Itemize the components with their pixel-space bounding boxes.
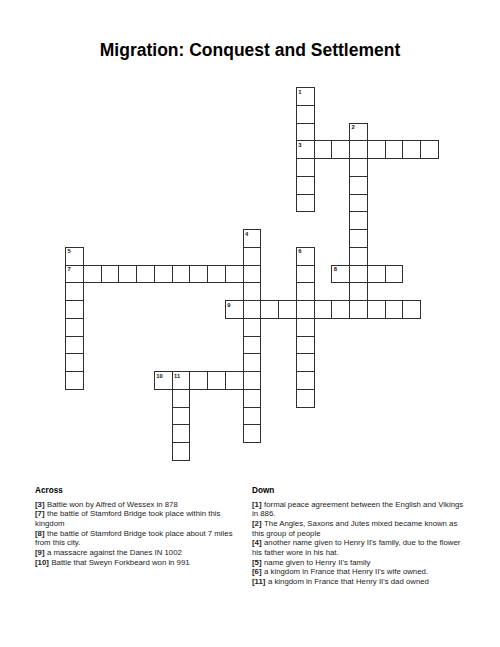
grid-cell[interactable] xyxy=(367,140,386,159)
grid-cell[interactable] xyxy=(296,194,315,213)
grid-cell[interactable]: 9 xyxy=(225,300,244,319)
grid-cell[interactable] xyxy=(65,371,84,390)
grid-cell[interactable] xyxy=(420,140,439,159)
grid-cell[interactable] xyxy=(296,300,315,319)
grid-cell[interactable] xyxy=(331,300,350,319)
clue-text: the battle of Stamford Bridge took place… xyxy=(35,529,233,548)
clue-number: [7] xyxy=(35,509,45,518)
clue-number: [2] xyxy=(252,519,262,528)
cell-number: 10 xyxy=(156,373,162,379)
grid-cell[interactable] xyxy=(225,371,244,390)
grid-cell[interactable] xyxy=(172,442,191,461)
grid-cell[interactable]: 3 xyxy=(296,140,315,159)
grid-cell[interactable] xyxy=(243,336,262,355)
crossword-grid: 1234567891011 xyxy=(65,87,439,461)
grid-cell[interactable] xyxy=(314,140,333,159)
grid-cell[interactable] xyxy=(243,318,262,337)
grid-cell[interactable] xyxy=(243,300,262,319)
grid-cell[interactable] xyxy=(385,265,404,284)
grid-cell[interactable] xyxy=(402,140,421,159)
grid-cell[interactable] xyxy=(385,140,404,159)
grid-cell[interactable] xyxy=(349,300,368,319)
grid-cell[interactable]: 6 xyxy=(296,247,315,266)
grid-cell[interactable] xyxy=(243,371,262,390)
grid-cell[interactable] xyxy=(296,389,315,408)
clue-item: [5]name given to Henry II's family xyxy=(252,558,466,568)
clue-text: formal peace agreement between the Engli… xyxy=(252,500,463,519)
cell-number: 5 xyxy=(68,248,71,254)
grid-cell[interactable] xyxy=(349,282,368,301)
clue-text: the battle of Stamford Bridge took place… xyxy=(35,509,220,528)
across-clues-section: Across [3]Battle won by Alfred of Wessex… xyxy=(35,486,245,567)
grid-cell[interactable] xyxy=(385,300,404,319)
clue-number: [4] xyxy=(252,538,262,547)
grid-cell[interactable] xyxy=(349,140,368,159)
grid-cell[interactable]: 1 xyxy=(296,87,315,106)
across-header: Across xyxy=(35,486,245,495)
clue-item: [3]Battle won by Alfred of Wessex in 878 xyxy=(35,500,245,510)
cell-number: 9 xyxy=(227,302,230,308)
clue-text: another name given to Henry II's family,… xyxy=(252,538,460,557)
cell-number: 4 xyxy=(245,231,248,237)
grid-cell[interactable] xyxy=(296,265,315,284)
grid-cell[interactable] xyxy=(207,265,226,284)
grid-cell[interactable] xyxy=(172,407,191,426)
grid-cell[interactable] xyxy=(101,265,120,284)
grid-cell[interactable] xyxy=(402,300,421,319)
grid-cell[interactable]: 4 xyxy=(243,229,262,248)
grid-cell[interactable] xyxy=(367,265,386,284)
grid-cell[interactable]: 11 xyxy=(172,371,191,390)
clue-item: [8]the battle of Stamford Bridge took pl… xyxy=(35,529,245,548)
grid-cell[interactable] xyxy=(189,265,208,284)
grid-cell[interactable] xyxy=(189,371,208,390)
clue-text: Battle that Sweyn Forkbeard won in 991 xyxy=(51,558,189,567)
clue-number: [11] xyxy=(252,577,265,586)
grid-cell[interactable] xyxy=(243,424,262,443)
clue-number: [9] xyxy=(35,548,45,557)
grid-cell[interactable] xyxy=(349,229,368,248)
crossword-page: Migration: Conquest and Settlement 12345… xyxy=(0,0,500,647)
grid-cell[interactable] xyxy=(296,353,315,372)
grid-cell[interactable] xyxy=(296,123,315,142)
grid-cell[interactable] xyxy=(154,265,173,284)
down-clues-section: Down [1]formal peace agreement between t… xyxy=(252,486,466,587)
grid-cell[interactable]: 7 xyxy=(65,265,84,284)
cell-number: 8 xyxy=(334,266,337,272)
clue-text: a kingdom in France that Henry II's wife… xyxy=(264,567,428,576)
grid-cell[interactable] xyxy=(172,265,191,284)
grid-cell[interactable] xyxy=(260,300,279,319)
clue-number: [10] xyxy=(35,558,49,567)
grid-cell[interactable]: 10 xyxy=(154,371,173,390)
grid-cell[interactable] xyxy=(349,158,368,177)
grid-cell[interactable] xyxy=(136,265,155,284)
clue-item: [9]a massacre against the Danes IN 1002 xyxy=(35,548,245,558)
grid-cell[interactable] xyxy=(296,336,315,355)
clue-number: [3] xyxy=(35,500,45,509)
puzzle-title: Migration: Conquest and Settlement xyxy=(0,40,500,61)
grid-cell[interactable] xyxy=(65,300,84,319)
clue-item: [10]Battle that Sweyn Forkbeard won in 9… xyxy=(35,558,245,568)
grid-cell[interactable] xyxy=(296,282,315,301)
grid-cell[interactable] xyxy=(225,265,244,284)
clue-item: [7]the battle of Stamford Bridge took pl… xyxy=(35,509,245,528)
cell-number: 3 xyxy=(298,142,301,148)
grid-cell[interactable]: 2 xyxy=(349,123,368,142)
grid-cell[interactable] xyxy=(296,105,315,124)
cell-number: 1 xyxy=(298,89,301,95)
grid-cell[interactable] xyxy=(349,211,368,230)
grid-cell[interactable] xyxy=(367,300,386,319)
clue-text: a massacre against the Danes IN 1002 xyxy=(47,548,182,557)
grid-cell[interactable] xyxy=(296,176,315,195)
clue-text: name given to Henry II's family xyxy=(264,558,370,567)
cell-number: 6 xyxy=(298,248,301,254)
clue-item: [1]formal peace agreement between the En… xyxy=(252,500,466,519)
clue-number: [5] xyxy=(252,558,262,567)
clue-number: [1] xyxy=(252,500,262,509)
across-clue-list: [3]Battle won by Alfred of Wessex in 878… xyxy=(35,500,245,568)
cell-number: 11 xyxy=(174,373,180,379)
clue-text: a kingdom in France that Henry II's dad … xyxy=(268,577,429,586)
grid-cell[interactable] xyxy=(296,371,315,390)
grid-cell[interactable] xyxy=(349,176,368,195)
cell-number: 7 xyxy=(68,266,71,272)
clue-number: [6] xyxy=(252,567,262,576)
grid-cell[interactable]: 8 xyxy=(331,265,350,284)
grid-cell[interactable] xyxy=(243,265,262,284)
grid-cell[interactable] xyxy=(172,424,191,443)
grid-cell[interactable] xyxy=(331,140,350,159)
cell-number: 2 xyxy=(352,124,355,130)
grid-cell[interactable] xyxy=(83,265,102,284)
grid-cell[interactable] xyxy=(243,282,262,301)
grid-cell[interactable] xyxy=(296,158,315,177)
grid-cell[interactable] xyxy=(243,247,262,266)
clue-item: [2]The Angles, Saxons and Jutes mixed be… xyxy=(252,519,466,538)
clue-item: [6]a kingdom in France that Henry II's w… xyxy=(252,567,466,577)
clue-text: Battle won by Alfred of Wessex in 878 xyxy=(47,500,178,509)
grid-cell[interactable] xyxy=(349,247,368,266)
grid-cell[interactable] xyxy=(172,389,191,408)
grid-cell[interactable] xyxy=(314,300,333,319)
grid-cell[interactable] xyxy=(278,300,297,319)
grid-cell[interactable] xyxy=(349,265,368,284)
grid-cell[interactable] xyxy=(243,407,262,426)
grid-cell[interactable] xyxy=(65,336,84,355)
grid-cell[interactable]: 5 xyxy=(65,247,84,266)
grid-cell[interactable] xyxy=(65,318,84,337)
grid-cell[interactable] xyxy=(65,353,84,372)
clue-item: [11]a kingdom in France that Henry II's … xyxy=(252,577,466,587)
grid-cell[interactable] xyxy=(243,353,262,372)
grid-cell[interactable] xyxy=(296,318,315,337)
clue-item: [4]another name given to Henry II's fami… xyxy=(252,538,466,557)
clue-number: [8] xyxy=(35,529,45,538)
grid-cell[interactable] xyxy=(243,389,262,408)
down-clue-list: [1]formal peace agreement between the En… xyxy=(252,500,466,587)
grid-cell[interactable] xyxy=(349,194,368,213)
grid-cell[interactable] xyxy=(118,265,137,284)
grid-cell[interactable] xyxy=(207,371,226,390)
clue-text: The Angles, Saxons and Jutes mixed becam… xyxy=(252,519,457,538)
down-header: Down xyxy=(252,486,466,495)
grid-cell[interactable] xyxy=(65,282,84,301)
